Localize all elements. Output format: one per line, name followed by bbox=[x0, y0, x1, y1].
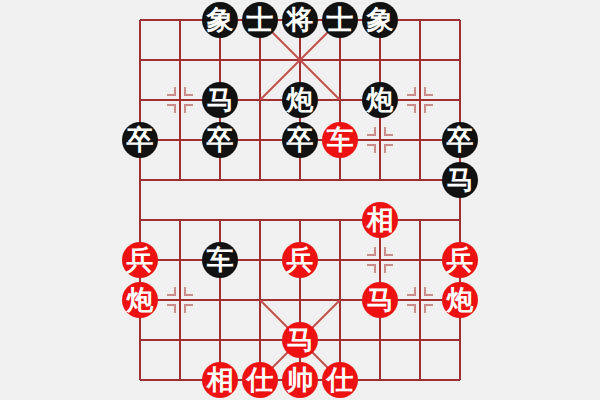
red-king[interactable]: 帅 bbox=[282, 362, 318, 398]
black-chariot[interactable]: 车 bbox=[202, 242, 238, 278]
red-horse[interactable]: 马 bbox=[362, 282, 398, 318]
red-cannon[interactable]: 炮 bbox=[122, 282, 158, 318]
red-chariot[interactable]: 车 bbox=[322, 122, 358, 158]
black-horse[interactable]: 马 bbox=[202, 82, 238, 118]
red-soldier[interactable]: 兵 bbox=[122, 242, 158, 278]
black-horse[interactable]: 马 bbox=[442, 162, 478, 198]
black-king[interactable]: 将 bbox=[282, 2, 318, 38]
xiangqi-app: 象士将士象马炮炮卒卒卒车卒马相兵车兵兵炮马炮马相仕帅仕 bbox=[0, 0, 600, 400]
red-advisor[interactable]: 仕 bbox=[242, 362, 278, 398]
red-advisor[interactable]: 仕 bbox=[322, 362, 358, 398]
black-soldier[interactable]: 卒 bbox=[202, 122, 238, 158]
red-soldier[interactable]: 兵 bbox=[442, 242, 478, 278]
red-elephant[interactable]: 相 bbox=[362, 202, 398, 238]
red-soldier[interactable]: 兵 bbox=[282, 242, 318, 278]
black-elephant[interactable]: 象 bbox=[202, 2, 238, 38]
red-cannon[interactable]: 炮 bbox=[442, 282, 478, 318]
black-advisor[interactable]: 士 bbox=[242, 2, 278, 38]
black-advisor[interactable]: 士 bbox=[322, 2, 358, 38]
black-cannon[interactable]: 炮 bbox=[282, 82, 318, 118]
red-elephant[interactable]: 相 bbox=[202, 362, 238, 398]
red-horse[interactable]: 马 bbox=[282, 322, 318, 358]
black-soldier[interactable]: 卒 bbox=[442, 122, 478, 158]
black-elephant[interactable]: 象 bbox=[362, 2, 398, 38]
black-soldier[interactable]: 卒 bbox=[282, 122, 318, 158]
black-soldier[interactable]: 卒 bbox=[122, 122, 158, 158]
black-cannon[interactable]: 炮 bbox=[362, 82, 398, 118]
xiangqi-board[interactable]: 象士将士象马炮炮卒卒卒车卒马相兵车兵兵炮马炮马相仕帅仕 bbox=[120, 0, 480, 400]
